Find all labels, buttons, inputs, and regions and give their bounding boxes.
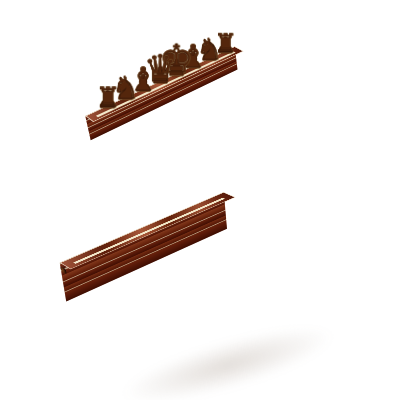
square-f5 xyxy=(170,214,188,222)
square-g7 xyxy=(188,206,205,214)
square-f8 xyxy=(170,214,188,222)
square-b4 xyxy=(96,246,115,254)
square-e8 xyxy=(152,221,170,229)
square-a8: ♜ xyxy=(99,107,117,115)
square-d6 xyxy=(134,229,152,237)
square-a4 xyxy=(76,254,96,263)
chessboard-with-pieces: ♜♞♝♛♚♝♞♜♟♟♟♟♟♟♟♟♟♟♟♟♟♟♟♟♜♞♝♛♚♝♞♜ xyxy=(96,51,236,117)
square-a3 xyxy=(76,254,96,263)
square-d7 xyxy=(134,229,152,237)
square-g2 xyxy=(188,206,205,214)
square-f7 xyxy=(170,214,188,222)
box-top: ♜♞♝♛♚♝♞♜♟♟♟♟♟♟♟♟♟♟♟♟♟♟♟♟♜♞♝♛♚♝♞♜ xyxy=(85,46,234,116)
box-top-face: ♜♞♝♛♚♝♞♜♟♟♟♟♟♟♟♟♟♟♟♟♟♟♟♟♜♞♝♛♚♝♞♜ xyxy=(85,46,243,121)
square-d2 xyxy=(134,229,152,237)
square-e3 xyxy=(152,221,170,229)
square-g5 xyxy=(188,206,205,214)
square-g1 xyxy=(188,206,205,214)
square-a6 xyxy=(76,254,96,263)
square-b6 xyxy=(96,246,115,254)
square-e4 xyxy=(152,221,170,229)
square-g6 xyxy=(188,206,205,214)
square-c8 xyxy=(115,237,134,245)
square-b7 xyxy=(96,246,115,254)
square-b8 xyxy=(96,246,115,254)
square-h3 xyxy=(205,199,222,206)
square-e5 xyxy=(152,221,170,229)
square-a2 xyxy=(76,254,96,263)
square-d8 xyxy=(134,229,152,237)
square-h1 xyxy=(205,199,222,206)
piece-black-rook: ♜ xyxy=(86,84,129,111)
square-a8 xyxy=(76,254,96,263)
square-c6 xyxy=(115,237,134,245)
square-f1 xyxy=(170,214,188,222)
square-c2 xyxy=(115,237,134,245)
square-e7 xyxy=(152,221,170,229)
box-bottom xyxy=(60,192,224,263)
square-f6 xyxy=(170,214,188,222)
square-h5 xyxy=(205,199,222,206)
square-c3 xyxy=(115,237,134,245)
square-b1 xyxy=(96,246,115,254)
square-e2 xyxy=(152,221,170,229)
square-e6 xyxy=(152,221,170,229)
square-d3 xyxy=(134,229,152,237)
drop-shadow xyxy=(116,313,340,400)
square-b2 xyxy=(96,246,115,254)
square-f2 xyxy=(170,214,188,222)
square-d5 xyxy=(134,229,152,237)
square-c5 xyxy=(115,237,134,245)
square-h4 xyxy=(205,199,222,206)
square-g8 xyxy=(188,206,205,214)
chess-box-top: ♜♞♝♛♚♝♞♜♟♟♟♟♟♟♟♟♟♟♟♟♟♟♟♟♜♞♝♛♚♝♞♜ xyxy=(85,46,356,198)
square-b3 xyxy=(96,246,115,254)
square-d4 xyxy=(134,229,152,237)
square-e1 xyxy=(152,221,170,229)
square-f3 xyxy=(170,214,188,222)
square-a5 xyxy=(76,254,96,263)
square-h2 xyxy=(205,199,222,206)
product-photo-stage: ♜♞♝♛♚♝♞♜♟♟♟♟♟♟♟♟♟♟♟♟♟♟♟♟♜♞♝♛♚♝♞♜ xyxy=(0,0,400,400)
square-b5 xyxy=(96,246,115,254)
square-a1 xyxy=(76,254,96,263)
box-top-face xyxy=(60,192,236,269)
square-c4 xyxy=(115,237,134,245)
square-a7 xyxy=(76,254,96,263)
square-h6 xyxy=(205,199,222,206)
square-g4 xyxy=(188,206,205,214)
square-d1 xyxy=(134,229,152,237)
square-c1 xyxy=(115,237,134,245)
square-h8 xyxy=(205,199,222,206)
square-g3 xyxy=(188,206,205,214)
chessboard-empty xyxy=(73,198,225,264)
square-c7 xyxy=(115,237,134,245)
square-f4 xyxy=(170,214,188,222)
square-h7 xyxy=(205,199,222,206)
